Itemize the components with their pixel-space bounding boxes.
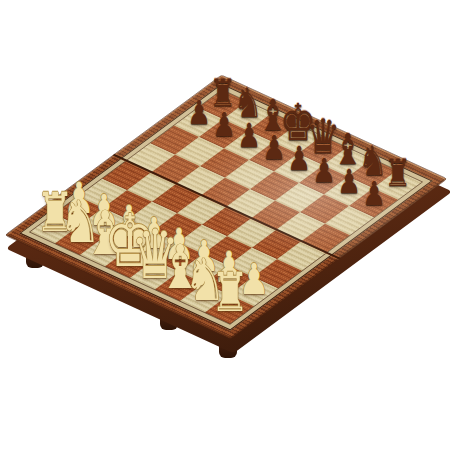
chess-set-product-photo: ♜♞♝♛♚♝♞♜♟♟♟♟♟♟♟♟♟♟♟♟♟♟♟♟♜♞♝♛♚♝♞♜: [0, 0, 450, 450]
